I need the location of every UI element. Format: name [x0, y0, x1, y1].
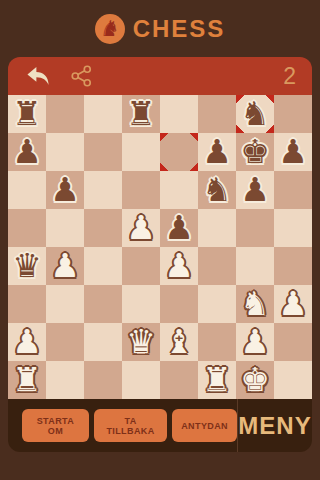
- square-d5[interactable]: ♟: [122, 209, 160, 247]
- black-queen[interactable]: ♛: [8, 247, 46, 285]
- square-h7[interactable]: ♟: [274, 133, 312, 171]
- white-knight[interactable]: ♞: [236, 285, 274, 323]
- square-g8[interactable]: ♞: [236, 95, 274, 133]
- take-back-button[interactable]: TA TILLBAKA: [94, 409, 167, 442]
- square-f8[interactable]: [198, 95, 236, 133]
- square-e5[interactable]: ♟: [160, 209, 198, 247]
- square-f2[interactable]: [198, 323, 236, 361]
- square-e1[interactable]: [160, 361, 198, 399]
- square-d7[interactable]: [122, 133, 160, 171]
- white-pawn[interactable]: ♟: [122, 209, 160, 247]
- square-f6[interactable]: ♞: [198, 171, 236, 209]
- share-button[interactable]: [68, 62, 96, 90]
- square-b6[interactable]: ♟: [46, 171, 84, 209]
- square-b1[interactable]: [46, 361, 84, 399]
- square-b2[interactable]: [46, 323, 84, 361]
- black-knight[interactable]: ♞: [236, 95, 274, 133]
- square-c5[interactable]: [84, 209, 122, 247]
- square-b7[interactable]: [46, 133, 84, 171]
- square-b3[interactable]: [46, 285, 84, 323]
- black-pawn[interactable]: ♟: [198, 133, 236, 171]
- back-button[interactable]: [24, 62, 52, 90]
- square-c6[interactable]: [84, 171, 122, 209]
- hint-button[interactable]: ANTYDAN: [172, 409, 237, 442]
- square-f1[interactable]: ♜: [198, 361, 236, 399]
- square-e2[interactable]: ♝: [160, 323, 198, 361]
- square-g4[interactable]: [236, 247, 274, 285]
- app-screen: ♞ CHESS 2 ♜♜♞♟♟♚♟♟♞♟♟♟♛♟♟♞♟♟♛♝♟♜♜♚ START…: [0, 0, 320, 480]
- square-b5[interactable]: [46, 209, 84, 247]
- square-g7[interactable]: ♚: [236, 133, 274, 171]
- white-rook[interactable]: ♜: [8, 361, 46, 399]
- square-h4[interactable]: [274, 247, 312, 285]
- black-rook[interactable]: ♜: [122, 95, 160, 133]
- square-h3[interactable]: ♟: [274, 285, 312, 323]
- white-pawn[interactable]: ♟: [236, 323, 274, 361]
- white-queen[interactable]: ♛: [122, 323, 160, 361]
- black-pawn[interactable]: ♟: [8, 133, 46, 171]
- square-a8[interactable]: ♜: [8, 95, 46, 133]
- footer-bar: STARTA OM TA TILLBAKA ANTYDAN MENY: [8, 399, 312, 452]
- square-g6[interactable]: ♟: [236, 171, 274, 209]
- knight-logo-icon: ♞: [100, 14, 120, 44]
- square-h8[interactable]: [274, 95, 312, 133]
- square-g3[interactable]: ♞: [236, 285, 274, 323]
- white-king[interactable]: ♚: [236, 361, 274, 399]
- square-a5[interactable]: [8, 209, 46, 247]
- square-b4[interactable]: ♟: [46, 247, 84, 285]
- black-rook[interactable]: ♜: [8, 95, 46, 133]
- menu-button[interactable]: MENY: [238, 399, 312, 452]
- square-d6[interactable]: [122, 171, 160, 209]
- toolbar: 2: [8, 57, 312, 95]
- square-c7[interactable]: [84, 133, 122, 171]
- app-header: ♞ CHESS: [0, 0, 320, 57]
- black-king[interactable]: ♚: [236, 133, 274, 171]
- square-c8[interactable]: [84, 95, 122, 133]
- square-e7[interactable]: [160, 133, 198, 171]
- square-a4[interactable]: ♛: [8, 247, 46, 285]
- square-d4[interactable]: [122, 247, 160, 285]
- square-g2[interactable]: ♟: [236, 323, 274, 361]
- square-g1[interactable]: ♚: [236, 361, 274, 399]
- white-pawn[interactable]: ♟: [46, 247, 84, 285]
- menu-label: MENY: [238, 412, 311, 440]
- back-arrow-icon: [25, 63, 51, 89]
- share-icon: [70, 64, 94, 88]
- square-f4[interactable]: [198, 247, 236, 285]
- square-h6[interactable]: [274, 171, 312, 209]
- footer-buttons: STARTA OM TA TILLBAKA ANTYDAN: [8, 399, 237, 452]
- square-h5[interactable]: [274, 209, 312, 247]
- app-title: CHESS: [133, 15, 226, 43]
- white-rook[interactable]: ♜: [198, 361, 236, 399]
- restart-button[interactable]: STARTA OM: [22, 409, 89, 442]
- square-d1[interactable]: [122, 361, 160, 399]
- square-c3[interactable]: [84, 285, 122, 323]
- square-h2[interactable]: [274, 323, 312, 361]
- square-g5[interactable]: [236, 209, 274, 247]
- square-c1[interactable]: [84, 361, 122, 399]
- square-f3[interactable]: [198, 285, 236, 323]
- move-counter: 2: [283, 57, 296, 95]
- square-d8[interactable]: ♜: [122, 95, 160, 133]
- black-pawn[interactable]: ♟: [236, 171, 274, 209]
- black-pawn[interactable]: ♟: [274, 133, 312, 171]
- square-a3[interactable]: [8, 285, 46, 323]
- black-pawn[interactable]: ♟: [160, 209, 198, 247]
- white-pawn[interactable]: ♟: [160, 247, 198, 285]
- white-pawn[interactable]: ♟: [8, 323, 46, 361]
- chess-board: ♜♜♞♟♟♚♟♟♞♟♟♟♛♟♟♞♟♟♛♝♟♜♜♚: [8, 95, 312, 399]
- square-f7[interactable]: ♟: [198, 133, 236, 171]
- square-a6[interactable]: [8, 171, 46, 209]
- square-c4[interactable]: [84, 247, 122, 285]
- square-e3[interactable]: [160, 285, 198, 323]
- black-knight[interactable]: ♞: [198, 171, 236, 209]
- white-pawn[interactable]: ♟: [274, 285, 312, 323]
- square-e8[interactable]: [160, 95, 198, 133]
- square-e4[interactable]: ♟: [160, 247, 198, 285]
- square-e6[interactable]: [160, 171, 198, 209]
- square-f5[interactable]: [198, 209, 236, 247]
- square-a7[interactable]: ♟: [8, 133, 46, 171]
- square-c2[interactable]: [84, 323, 122, 361]
- square-h1[interactable]: [274, 361, 312, 399]
- square-d3[interactable]: [122, 285, 160, 323]
- square-d2[interactable]: ♛: [122, 323, 160, 361]
- square-b8[interactable]: [46, 95, 84, 133]
- white-bishop[interactable]: ♝: [160, 323, 198, 361]
- square-a2[interactable]: ♟: [8, 323, 46, 361]
- square-a1[interactable]: ♜: [8, 361, 46, 399]
- black-pawn[interactable]: ♟: [46, 171, 84, 209]
- app-logo: ♞: [95, 14, 125, 44]
